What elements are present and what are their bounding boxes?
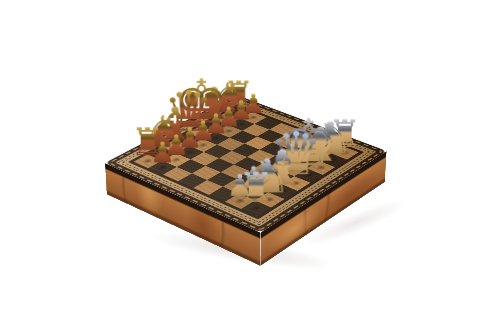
brass-pawn-glyph: ♟ [132,139,193,167]
product-photo: ♜♞♝♛♚♝♞♜♟♟♟♟♟♟♟♟♟♟♟♟♟♟♟♟♜♞♝♛♚♝♞♜ [0,0,480,320]
silver-rook-glyph: ♜ [224,168,288,209]
